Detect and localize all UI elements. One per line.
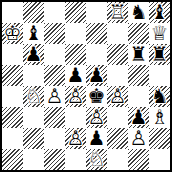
white-pawn-g2[interactable]: ♙ <box>130 128 148 149</box>
square-a4[interactable] <box>2 86 23 107</box>
square-c1[interactable] <box>44 149 65 170</box>
square-c8[interactable] <box>44 2 65 23</box>
square-e8[interactable] <box>86 2 107 23</box>
square-a7[interactable]: ♔ <box>2 23 23 44</box>
square-g7[interactable] <box>128 23 149 44</box>
square-b7[interactable]: ♝ <box>23 23 44 44</box>
square-a8[interactable] <box>2 2 23 23</box>
square-c2[interactable] <box>44 128 65 149</box>
square-e4[interactable]: ♚ <box>86 86 107 107</box>
square-d3[interactable] <box>65 107 86 128</box>
square-c3[interactable] <box>44 107 65 128</box>
square-a1[interactable] <box>2 149 23 170</box>
white-rook-f8[interactable]: ♖ <box>109 2 127 23</box>
white-pawn-e3[interactable]: ♙ <box>88 107 106 128</box>
black-pawn-d5[interactable]: ♟ <box>67 65 85 86</box>
square-g1[interactable] <box>128 149 149 170</box>
black-knight-h4[interactable]: ♞ <box>151 86 169 107</box>
black-king-e4[interactable]: ♚ <box>88 86 106 107</box>
square-g2[interactable]: ♙ <box>128 128 149 149</box>
chess-board: ♖♞♝♔♝♕♟♜♜♟♟♘♙♙♚♙♞♙♟♗♙♟♙♘ <box>0 0 172 172</box>
square-h8[interactable]: ♝ <box>149 2 170 23</box>
square-f7[interactable] <box>107 23 128 44</box>
square-d5[interactable]: ♟ <box>65 65 86 86</box>
square-g5[interactable] <box>128 65 149 86</box>
chess-diagram: ♖♞♝♔♝♕♟♜♜♟♟♘♙♙♚♙♞♙♟♗♙♟♙♘ <box>0 0 172 172</box>
black-bishop-b7[interactable]: ♝ <box>25 23 43 44</box>
white-pawn-d4[interactable]: ♙ <box>67 86 85 107</box>
white-pawn-c4[interactable]: ♙ <box>46 86 64 107</box>
white-pawn-f4[interactable]: ♙ <box>109 86 127 107</box>
square-a5[interactable] <box>2 65 23 86</box>
square-d8[interactable] <box>65 2 86 23</box>
square-e6[interactable] <box>86 44 107 65</box>
square-e2[interactable]: ♟ <box>86 128 107 149</box>
white-queen-h7[interactable]: ♕ <box>151 23 169 44</box>
square-b4[interactable]: ♘ <box>23 86 44 107</box>
square-f6[interactable] <box>107 44 128 65</box>
square-b8[interactable] <box>23 2 44 23</box>
square-d2[interactable]: ♙ <box>65 128 86 149</box>
square-a2[interactable] <box>2 128 23 149</box>
square-e5[interactable]: ♟ <box>86 65 107 86</box>
white-king-a7[interactable]: ♔ <box>4 23 22 44</box>
square-f2[interactable] <box>107 128 128 149</box>
square-h2[interactable] <box>149 128 170 149</box>
square-e1[interactable]: ♘ <box>86 149 107 170</box>
square-c5[interactable] <box>44 65 65 86</box>
square-b2[interactable] <box>23 128 44 149</box>
square-h5[interactable] <box>149 65 170 86</box>
square-e7[interactable] <box>86 23 107 44</box>
white-bishop-h3[interactable]: ♗ <box>151 107 169 128</box>
square-b1[interactable] <box>23 149 44 170</box>
black-pawn-e2[interactable]: ♟ <box>88 128 106 149</box>
square-a3[interactable] <box>2 107 23 128</box>
square-f8[interactable]: ♖ <box>107 2 128 23</box>
square-b5[interactable] <box>23 65 44 86</box>
square-f4[interactable]: ♙ <box>107 86 128 107</box>
white-knight-b4[interactable]: ♘ <box>25 86 43 107</box>
square-d6[interactable] <box>65 44 86 65</box>
black-rook-g6[interactable]: ♜ <box>130 44 148 65</box>
square-g8[interactable]: ♞ <box>128 2 149 23</box>
black-knight-g8[interactable]: ♞ <box>130 2 148 23</box>
square-c6[interactable] <box>44 44 65 65</box>
white-knight-e1[interactable]: ♘ <box>88 149 106 170</box>
square-h1[interactable] <box>149 149 170 170</box>
square-h6[interactable]: ♜ <box>149 44 170 65</box>
square-d1[interactable] <box>65 149 86 170</box>
square-f3[interactable] <box>107 107 128 128</box>
square-a6[interactable] <box>2 44 23 65</box>
square-d4[interactable]: ♙ <box>65 86 86 107</box>
square-h4[interactable]: ♞ <box>149 86 170 107</box>
square-g3[interactable]: ♟ <box>128 107 149 128</box>
square-e3[interactable]: ♙ <box>86 107 107 128</box>
square-f1[interactable] <box>107 149 128 170</box>
black-rook-h6[interactable]: ♜ <box>151 44 169 65</box>
square-c7[interactable] <box>44 23 65 44</box>
black-pawn-e5[interactable]: ♟ <box>88 65 106 86</box>
square-h3[interactable]: ♗ <box>149 107 170 128</box>
black-pawn-b6[interactable]: ♟ <box>25 44 43 65</box>
white-pawn-d2[interactable]: ♙ <box>67 128 85 149</box>
black-bishop-h8[interactable]: ♝ <box>151 2 169 23</box>
square-d7[interactable] <box>65 23 86 44</box>
square-h7[interactable]: ♕ <box>149 23 170 44</box>
square-f5[interactable] <box>107 65 128 86</box>
square-c4[interactable]: ♙ <box>44 86 65 107</box>
square-g6[interactable]: ♜ <box>128 44 149 65</box>
square-b3[interactable] <box>23 107 44 128</box>
square-g4[interactable] <box>128 86 149 107</box>
black-pawn-g3[interactable]: ♟ <box>130 107 148 128</box>
square-b6[interactable]: ♟ <box>23 44 44 65</box>
